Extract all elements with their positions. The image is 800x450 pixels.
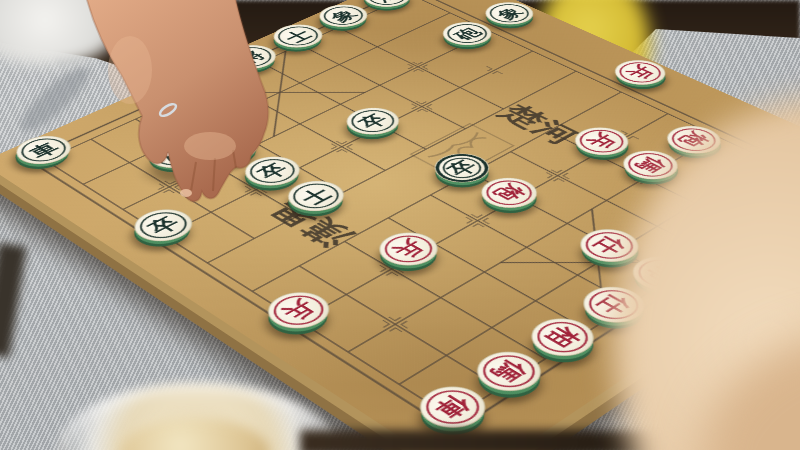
- piece-ring: [342, 106, 403, 137]
- piece-black-soldier[interactable]: 卒: [336, 102, 410, 140]
- piece-ring: [435, 154, 489, 183]
- piece-ring: [284, 179, 348, 214]
- photo-scene: 楚河 漢界 象棋 車馬象象砲士將兵卒炮兵馬車傌卒卒砲炮士卒仕兵帥仕兵相傌俥: [0, 0, 800, 450]
- piece-ring: [241, 154, 304, 188]
- piece-red-soldier[interactable]: 兵: [367, 226, 449, 273]
- board-bottom-shadow: [300, 430, 670, 450]
